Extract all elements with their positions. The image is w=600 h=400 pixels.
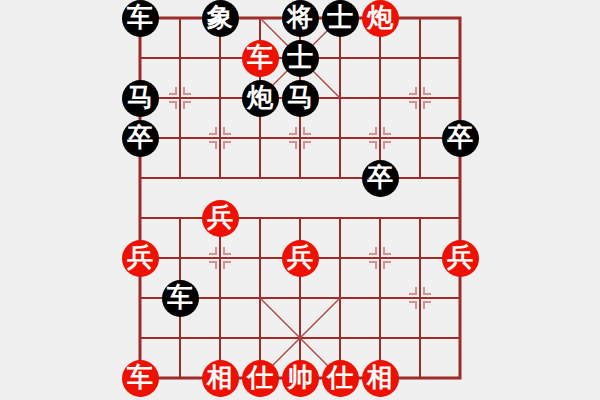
red-soldier[interactable]: 兵 [442,240,479,277]
red-general[interactable]: 帅 [282,360,319,397]
red-chariot[interactable]: 车 [242,40,279,77]
black-advisor[interactable]: 士 [282,40,319,77]
red-elephant[interactable]: 相 [202,360,239,397]
black-horse[interactable]: 马 [282,80,319,117]
red-cannon[interactable]: 炮 [362,0,399,37]
black-elephant[interactable]: 象 [202,0,239,37]
black-soldier[interactable]: 卒 [442,120,479,157]
black-soldier[interactable]: 卒 [122,120,159,157]
black-advisor[interactable]: 士 [322,0,359,37]
black-soldier[interactable]: 卒 [362,160,399,197]
red-soldier[interactable]: 兵 [282,240,319,277]
red-advisor[interactable]: 仕 [322,360,359,397]
board-grid: 车象将士炮车士马炮马卒卒卒兵兵兵兵车车相仕帅仕相 [120,0,480,398]
black-cannon[interactable]: 炮 [242,80,279,117]
black-general[interactable]: 将 [282,0,319,37]
black-horse[interactable]: 马 [122,80,159,117]
red-elephant[interactable]: 相 [362,360,399,397]
xiangqi-screenshot: 车象将士炮车士马炮马卒卒卒兵兵兵兵车车相仕帅仕相 [0,0,600,400]
red-soldier[interactable]: 兵 [122,240,159,277]
black-chariot[interactable]: 车 [122,0,159,37]
red-soldier[interactable]: 兵 [202,200,239,237]
red-chariot[interactable]: 车 [122,360,159,397]
black-chariot[interactable]: 车 [162,280,199,317]
red-advisor[interactable]: 仕 [242,360,279,397]
xiangqi-board[interactable]: 车象将士炮车士马炮马卒卒卒兵兵兵兵车车相仕帅仕相 [120,0,480,398]
